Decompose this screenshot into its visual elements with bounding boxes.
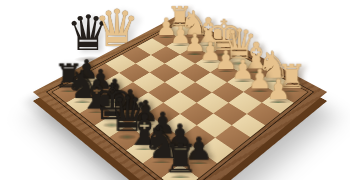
- board-grid: ♜♞♝♚♛♝♞♜♟♟♟♟♟♟♟♟♟♟♟♟♟♟♟♟♜♞♝♚♛♝♞♜: [53, 23, 308, 180]
- square-a2: ♟: [261, 92, 294, 113]
- white-pawn-glyph: ♟: [265, 77, 290, 102]
- white-pawn: ♟: [266, 61, 289, 102]
- black-rook-glyph: ♜: [162, 141, 197, 177]
- black-rook: ♜: [167, 129, 194, 177]
- chess-set-product-photo: ♛ ♛ ♜♞♝♚♛♝♞♜♟♟♟♟♟♟♟♟♟♟♟♟♟♟♟♟♜♞♝♚♛♝♞♜: [0, 0, 350, 180]
- square-a8: ♜: [161, 163, 199, 180]
